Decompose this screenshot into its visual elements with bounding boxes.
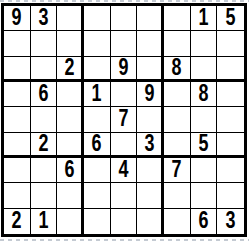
cell-r2c5[interactable] — [111, 31, 138, 56]
cell-r6c2[interactable]: 2 — [31, 133, 58, 158]
cell-r8c2[interactable] — [31, 183, 58, 208]
cell-r7c9[interactable] — [217, 158, 244, 183]
cell-r1c9[interactable]: 5 — [217, 6, 244, 31]
cell-r8c8[interactable] — [191, 183, 218, 208]
given-digit: 9 — [119, 57, 129, 80]
cell-r5c4[interactable] — [84, 107, 111, 132]
cell-r2c1[interactable] — [4, 31, 31, 56]
cell-r7c1[interactable] — [4, 158, 31, 183]
cell-r9c9[interactable]: 3 — [217, 209, 244, 234]
given-digit: 9 — [144, 82, 154, 106]
cell-r4c9[interactable] — [217, 82, 244, 107]
cell-r6c6[interactable]: 3 — [137, 133, 164, 158]
cell-r5c9[interactable] — [217, 107, 244, 132]
cell-r4c1[interactable] — [4, 82, 31, 107]
cell-r5c7[interactable] — [164, 107, 191, 132]
cell-r3c2[interactable] — [31, 57, 58, 82]
given-digit: 8 — [199, 82, 209, 106]
cell-r6c1[interactable] — [4, 133, 31, 158]
cell-r2c4[interactable] — [84, 31, 111, 56]
given-digit: 9 — [12, 6, 22, 30]
cell-r3c8[interactable] — [191, 57, 218, 82]
given-digit: 6 — [64, 158, 74, 182]
cell-r9c5[interactable] — [111, 209, 138, 234]
cell-r1c6[interactable] — [137, 6, 164, 31]
given-digit: 5 — [226, 6, 236, 30]
given-digit: 1 — [199, 6, 209, 30]
cell-r6c8[interactable]: 5 — [191, 133, 218, 158]
cell-r5c1[interactable] — [4, 107, 31, 132]
cell-r7c7[interactable]: 7 — [164, 158, 191, 183]
cell-r8c5[interactable] — [111, 183, 138, 208]
cell-r9c2[interactable]: 1 — [31, 209, 58, 234]
cell-r9c6[interactable] — [137, 209, 164, 234]
cell-r4c3[interactable] — [57, 82, 84, 107]
given-digit: 2 — [12, 209, 22, 233]
cell-r3c1[interactable] — [4, 57, 31, 82]
cell-r9c1[interactable]: 2 — [4, 209, 31, 234]
cell-r9c4[interactable] — [84, 209, 111, 234]
cell-r5c6[interactable] — [137, 107, 164, 132]
given-digit: 6 — [92, 133, 102, 156]
cell-r7c4[interactable] — [84, 158, 111, 183]
given-digit: 7 — [119, 107, 129, 131]
cell-r6c9[interactable] — [217, 133, 244, 158]
cell-r8c9[interactable] — [217, 183, 244, 208]
given-digit: 1 — [39, 209, 49, 233]
cell-r7c5[interactable]: 4 — [111, 158, 138, 183]
cell-r6c5[interactable] — [111, 133, 138, 158]
cell-r5c3[interactable] — [57, 107, 84, 132]
cell-r6c4[interactable]: 6 — [84, 133, 111, 158]
sudoku-board: 93152986198726356472163 — [1, 3, 247, 237]
cell-r8c1[interactable] — [4, 183, 31, 208]
cell-r2c8[interactable] — [191, 31, 218, 56]
cell-r6c7[interactable] — [164, 133, 191, 158]
sudoku-page: 93152986198726356472163 — [0, 0, 249, 242]
cell-r4c2[interactable]: 6 — [31, 82, 58, 107]
cell-r6c3[interactable] — [57, 133, 84, 158]
cell-r4c6[interactable]: 9 — [137, 82, 164, 107]
cell-r2c2[interactable] — [31, 31, 58, 56]
bottom-dashed-gridline-artifact — [0, 239, 249, 241]
cell-r1c5[interactable] — [111, 6, 138, 31]
cell-r1c1[interactable]: 9 — [4, 6, 31, 31]
cell-r5c2[interactable] — [31, 107, 58, 132]
cell-r4c4[interactable]: 1 — [84, 82, 111, 107]
given-digit: 3 — [144, 133, 154, 156]
cell-r3c9[interactable] — [217, 57, 244, 82]
cell-r4c7[interactable] — [164, 82, 191, 107]
given-digit: 3 — [226, 209, 236, 233]
cell-r7c6[interactable] — [137, 158, 164, 183]
cell-r8c3[interactable] — [57, 183, 84, 208]
cell-r9c8[interactable]: 6 — [191, 209, 218, 234]
given-digit: 6 — [199, 209, 209, 233]
cell-r3c7[interactable]: 8 — [164, 57, 191, 82]
cell-r3c3[interactable]: 2 — [57, 57, 84, 82]
given-digit: 7 — [172, 158, 182, 182]
cell-r8c6[interactable] — [137, 183, 164, 208]
cell-r1c7[interactable] — [164, 6, 191, 31]
cell-r3c5[interactable]: 9 — [111, 57, 138, 82]
cell-r7c8[interactable] — [191, 158, 218, 183]
cell-r5c5[interactable]: 7 — [111, 107, 138, 132]
cell-r4c5[interactable] — [111, 82, 138, 107]
cell-r8c4[interactable] — [84, 183, 111, 208]
given-digit: 4 — [119, 158, 129, 182]
cell-r1c2[interactable]: 3 — [31, 6, 58, 31]
cell-r2c3[interactable] — [57, 31, 84, 56]
cell-r8c7[interactable] — [164, 183, 191, 208]
cell-r1c4[interactable] — [84, 6, 111, 31]
given-digit: 2 — [64, 57, 74, 80]
cell-r1c8[interactable]: 1 — [191, 6, 218, 31]
given-digit: 8 — [172, 57, 182, 80]
cell-r3c6[interactable] — [137, 57, 164, 82]
cell-r2c6[interactable] — [137, 31, 164, 56]
cell-r7c2[interactable] — [31, 158, 58, 183]
cell-r3c4[interactable] — [84, 57, 111, 82]
cell-r2c9[interactable] — [217, 31, 244, 56]
given-digit: 6 — [39, 82, 49, 106]
cell-r4c8[interactable]: 8 — [191, 82, 218, 107]
given-digit: 5 — [199, 133, 209, 156]
cell-r2c7[interactable] — [164, 31, 191, 56]
given-digit: 1 — [92, 82, 102, 106]
cell-r7c3[interactable]: 6 — [57, 158, 84, 183]
given-digit: 2 — [39, 133, 49, 156]
cell-r5c8[interactable] — [191, 107, 218, 132]
cell-r9c3[interactable] — [57, 209, 84, 234]
cell-r1c3[interactable] — [57, 6, 84, 31]
top-dashed-gridline-artifact — [0, 0, 249, 2]
given-digit: 3 — [39, 6, 49, 30]
cell-r9c7[interactable] — [164, 209, 191, 234]
